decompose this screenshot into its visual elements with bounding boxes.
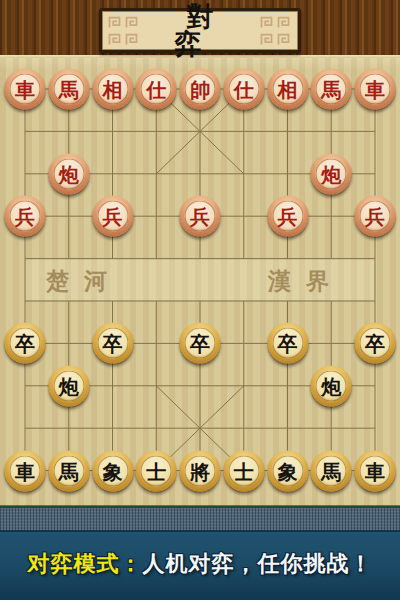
piece-face: 象 [97, 455, 128, 486]
piece-glyph: 馬 [321, 79, 341, 100]
piece-black-elephant[interactable]: 象 [92, 450, 133, 491]
river-label-left: 楚河 [46, 269, 122, 292]
piece-red-cannon[interactable]: 炮 [311, 153, 352, 194]
piece-glyph: 兵 [103, 206, 123, 227]
piece-face: 馬 [53, 455, 84, 486]
piece-face: 士 [141, 455, 172, 486]
piece-glyph: 士 [146, 460, 166, 481]
piece-glyph: 馬 [59, 460, 79, 481]
piece-face: 兵 [272, 201, 303, 232]
meander-pattern-icon [107, 15, 141, 47]
piece-red-soldier[interactable]: 兵 [267, 196, 308, 237]
game-mode-label: 对弈模式： [28, 551, 143, 576]
piece-glyph: 卒 [190, 333, 210, 354]
river-label-right: 漢界 [268, 269, 344, 292]
piece-glyph: 仕 [234, 79, 254, 100]
piece-face: 兵 [360, 201, 391, 232]
title-plaque: 對弈 [99, 8, 301, 53]
piece-glyph: 兵 [365, 206, 385, 227]
piece-red-horse[interactable]: 馬 [311, 69, 352, 110]
piece-red-chariot[interactable]: 車 [5, 69, 46, 110]
page-title: 對弈 [141, 3, 259, 59]
piece-glyph: 兵 [190, 206, 210, 227]
piece-black-soldier[interactable]: 卒 [355, 323, 396, 364]
piece-face: 車 [360, 74, 391, 105]
piece-red-soldier[interactable]: 兵 [180, 196, 221, 237]
piece-face: 卒 [272, 328, 303, 359]
piece-black-advisor[interactable]: 士 [223, 450, 264, 491]
piece-red-chariot[interactable]: 車 [355, 69, 396, 110]
piece-red-advisor[interactable]: 仕 [136, 69, 177, 110]
piece-face: 車 [10, 455, 41, 486]
piece-face: 卒 [10, 328, 41, 359]
piece-glyph: 炮 [59, 163, 79, 184]
xiangqi-board[interactable]: 楚河 漢界 車馬相仕帥仕相馬車炮炮兵兵兵兵兵卒卒卒卒卒炮炮車馬象士將士象馬車 [0, 58, 400, 506]
piece-face: 卒 [97, 328, 128, 359]
piece-glyph: 象 [103, 460, 123, 481]
piece-red-horse[interactable]: 馬 [48, 69, 89, 110]
piece-face: 卒 [185, 328, 216, 359]
piece-red-general[interactable]: 帥 [180, 69, 221, 110]
piece-face: 馬 [316, 455, 347, 486]
piece-face: 炮 [53, 158, 84, 189]
piece-glyph: 象 [278, 460, 298, 481]
piece-black-soldier[interactable]: 卒 [267, 323, 308, 364]
piece-face: 馬 [53, 74, 84, 105]
piece-glyph: 炮 [59, 375, 79, 396]
piece-glyph: 馬 [59, 79, 79, 100]
game-mode-message: 人机对弈，任你挑战！ [143, 551, 373, 576]
piece-glyph: 車 [15, 460, 35, 481]
piece-black-general[interactable]: 將 [180, 450, 221, 491]
piece-black-soldier[interactable]: 卒 [180, 323, 221, 364]
piece-glyph: 車 [365, 460, 385, 481]
piece-face: 仕 [228, 74, 259, 105]
piece-face: 帥 [185, 74, 216, 105]
piece-glyph: 炮 [321, 163, 341, 184]
piece-red-cannon[interactable]: 炮 [48, 153, 89, 194]
piece-black-elephant[interactable]: 象 [267, 450, 308, 491]
piece-glyph: 卒 [365, 333, 385, 354]
piece-face: 相 [97, 74, 128, 105]
piece-glyph: 將 [190, 460, 210, 481]
piece-black-soldier[interactable]: 卒 [5, 323, 46, 364]
piece-face: 士 [228, 455, 259, 486]
piece-glyph: 車 [15, 79, 35, 100]
piece-face: 卒 [360, 328, 391, 359]
piece-glyph: 兵 [278, 206, 298, 227]
banner-text: 对弈模式：人机对弈，任你挑战！ [28, 553, 373, 575]
piece-black-chariot[interactable]: 車 [5, 450, 46, 491]
piece-glyph: 卒 [103, 333, 123, 354]
piece-black-horse[interactable]: 馬 [311, 450, 352, 491]
piece-glyph: 仕 [146, 79, 166, 100]
piece-black-cannon[interactable]: 炮 [48, 365, 89, 406]
piece-face: 炮 [316, 158, 347, 189]
xiangqi-app-window: 對弈 楚河 漢界 車馬相仕帥仕相馬車炮炮兵兵兵兵兵卒卒卒卒卒炮炮車馬象士將士象馬… [0, 0, 400, 600]
piece-face: 兵 [10, 201, 41, 232]
piece-glyph: 車 [365, 79, 385, 100]
piece-glyph: 相 [103, 79, 123, 100]
piece-red-soldier[interactable]: 兵 [92, 196, 133, 237]
piece-face: 兵 [185, 201, 216, 232]
fabric-texture-strip [0, 506, 400, 532]
piece-red-elephant[interactable]: 相 [92, 69, 133, 110]
piece-glyph: 馬 [321, 460, 341, 481]
piece-black-soldier[interactable]: 卒 [92, 323, 133, 364]
piece-glyph: 卒 [15, 333, 35, 354]
piece-face: 炮 [316, 370, 347, 401]
piece-face: 相 [272, 74, 303, 105]
piece-glyph: 士 [234, 460, 254, 481]
piece-red-soldier[interactable]: 兵 [355, 196, 396, 237]
meander-pattern-icon [259, 15, 293, 47]
piece-face: 車 [360, 455, 391, 486]
piece-red-soldier[interactable]: 兵 [5, 196, 46, 237]
piece-face: 馬 [316, 74, 347, 105]
piece-face: 將 [185, 455, 216, 486]
piece-black-horse[interactable]: 馬 [48, 450, 89, 491]
piece-red-advisor[interactable]: 仕 [223, 69, 264, 110]
piece-black-cannon[interactable]: 炮 [311, 365, 352, 406]
piece-face: 象 [272, 455, 303, 486]
piece-face: 兵 [97, 201, 128, 232]
piece-glyph: 帥 [190, 79, 210, 100]
piece-face: 仕 [141, 74, 172, 105]
piece-black-advisor[interactable]: 士 [136, 450, 177, 491]
piece-glyph: 相 [278, 79, 298, 100]
piece-glyph: 兵 [15, 206, 35, 227]
piece-glyph: 卒 [278, 333, 298, 354]
piece-face: 炮 [53, 370, 84, 401]
piece-red-elephant[interactable]: 相 [267, 69, 308, 110]
piece-face: 車 [10, 74, 41, 105]
piece-glyph: 炮 [321, 375, 341, 396]
bottom-banner: 对弈模式：人机对弈，任你挑战！ [0, 532, 400, 600]
piece-black-chariot[interactable]: 車 [355, 450, 396, 491]
